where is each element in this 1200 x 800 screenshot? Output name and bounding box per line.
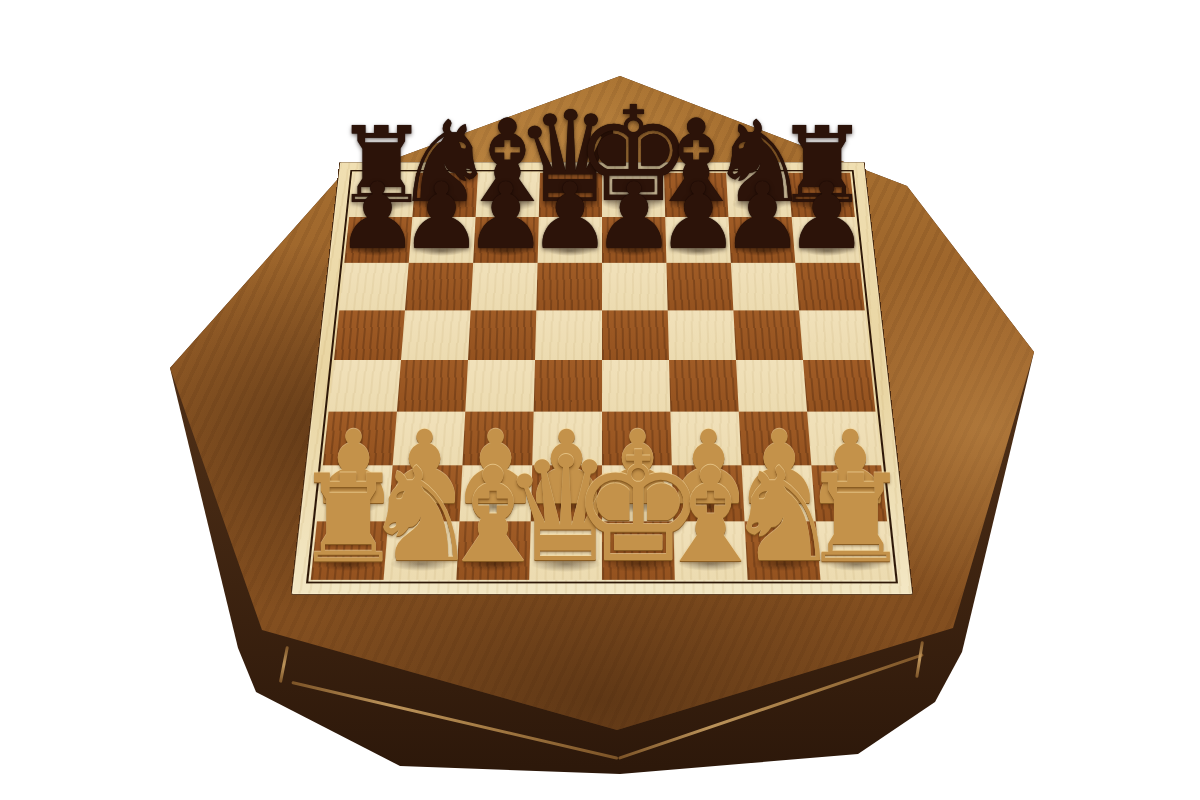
square-f6[interactable] [666,263,733,311]
square-a5[interactable] [334,310,405,360]
square-h6[interactable] [795,263,864,311]
black-pawn-h7[interactable]: ♟ [785,171,867,263]
square-h5[interactable] [799,310,870,360]
square-e4[interactable] [602,360,670,412]
square-a4[interactable] [329,360,401,412]
square-b4[interactable] [397,360,468,412]
scene: ♜♞♝♛♚♝♞♜♟♟♟♟♟♟♟♟♟♟♟♟♟♟♟♟♜♞♝♛♚♝♞♜ [0,0,1200,800]
square-c6[interactable] [471,263,538,311]
square-e6[interactable] [602,263,668,311]
square-d6[interactable] [536,263,602,311]
square-c4[interactable] [465,360,535,412]
square-a6[interactable] [339,263,408,311]
square-g6[interactable] [731,263,799,311]
square-f4[interactable] [669,360,739,412]
square-h4[interactable] [803,360,875,412]
square-c5[interactable] [468,310,536,360]
square-b6[interactable] [405,263,473,311]
square-b5[interactable] [401,310,471,360]
square-e5[interactable] [602,310,669,360]
square-f5[interactable] [668,310,736,360]
square-d4[interactable] [534,360,602,412]
square-g5[interactable] [733,310,803,360]
white-rook-h1[interactable]: ♜ [801,459,910,580]
square-d5[interactable] [535,310,602,360]
square-g4[interactable] [736,360,807,412]
